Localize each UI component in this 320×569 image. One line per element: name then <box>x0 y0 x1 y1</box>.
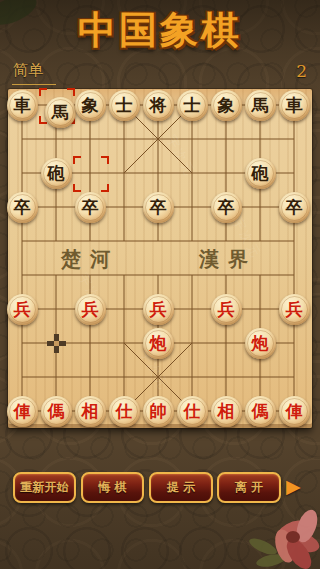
piece-black-卒[interactable]: 卒 <box>279 192 310 223</box>
board-grid <box>8 89 312 428</box>
last-move-origin-cross <box>54 341 59 346</box>
piece-black-砲[interactable]: 砲 <box>41 158 72 189</box>
flower-decoration <box>234 497 320 569</box>
piece-red-仕[interactable]: 仕 <box>109 396 140 427</box>
piece-black-象[interactable]: 象 <box>75 90 106 121</box>
piece-black-卒[interactable]: 卒 <box>143 192 174 223</box>
piece-red-仕[interactable]: 仕 <box>177 396 208 427</box>
piece-black-象[interactable]: 象 <box>211 90 242 121</box>
move-origin-marker <box>67 88 75 96</box>
move-target-marker <box>73 156 81 164</box>
piece-red-相[interactable]: 相 <box>211 396 242 427</box>
piece-red-相[interactable]: 相 <box>75 396 106 427</box>
piece-red-炮[interactable]: 炮 <box>143 328 174 359</box>
piece-red-俥[interactable]: 俥 <box>7 396 38 427</box>
piece-red-兵[interactable]: 兵 <box>75 294 106 325</box>
move-target-marker <box>73 184 81 192</box>
move-counter: 2 <box>296 61 307 81</box>
app-window: 中国象棋 简单 2 楚河 漢界 宇次元 宇次元 宇次元 宇次元 車馬象士将士象馬… <box>0 0 320 569</box>
river-label-left: 楚河 <box>61 246 119 273</box>
piece-red-傌[interactable]: 傌 <box>245 396 276 427</box>
move-target-marker <box>101 156 109 164</box>
hint-button[interactable]: 提示 <box>149 472 213 503</box>
move-target-marker <box>101 184 109 192</box>
piece-black-車[interactable]: 車 <box>279 90 310 121</box>
piece-red-俥[interactable]: 俥 <box>279 396 310 427</box>
piece-red-兵[interactable]: 兵 <box>7 294 38 325</box>
piece-red-兵[interactable]: 兵 <box>211 294 242 325</box>
piece-red-兵[interactable]: 兵 <box>143 294 174 325</box>
piece-black-砲[interactable]: 砲 <box>245 158 276 189</box>
piece-black-将[interactable]: 将 <box>143 90 174 121</box>
page-title: 中国象棋 <box>0 5 320 56</box>
difficulty-underline <box>12 84 56 85</box>
piece-black-士[interactable]: 士 <box>177 90 208 121</box>
piece-red-兵[interactable]: 兵 <box>279 294 310 325</box>
piece-black-馬[interactable]: 馬 <box>245 90 276 121</box>
river-label-right: 漢界 <box>199 246 257 273</box>
board[interactable]: 楚河 漢界 宇次元 宇次元 宇次元 宇次元 車馬象士将士象馬車砲砲卒卒卒卒卒兵兵… <box>8 89 312 428</box>
piece-red-傌[interactable]: 傌 <box>41 396 72 427</box>
piece-black-士[interactable]: 士 <box>109 90 140 121</box>
next-arrow-button[interactable]: ▶ <box>286 475 301 497</box>
undo-button[interactable]: 悔棋 <box>81 472 144 503</box>
piece-black-車[interactable]: 車 <box>7 90 38 121</box>
piece-red-炮[interactable]: 炮 <box>245 328 276 359</box>
piece-black-卒[interactable]: 卒 <box>211 192 242 223</box>
piece-red-帥[interactable]: 帥 <box>143 396 174 427</box>
piece-black-馬[interactable]: 馬 <box>45 97 76 128</box>
move-origin-marker <box>39 88 47 96</box>
restart-button[interactable]: 重新开始 <box>13 472 76 503</box>
difficulty-label: 简单 <box>13 61 43 80</box>
piece-black-卒[interactable]: 卒 <box>75 192 106 223</box>
piece-black-卒[interactable]: 卒 <box>7 192 38 223</box>
